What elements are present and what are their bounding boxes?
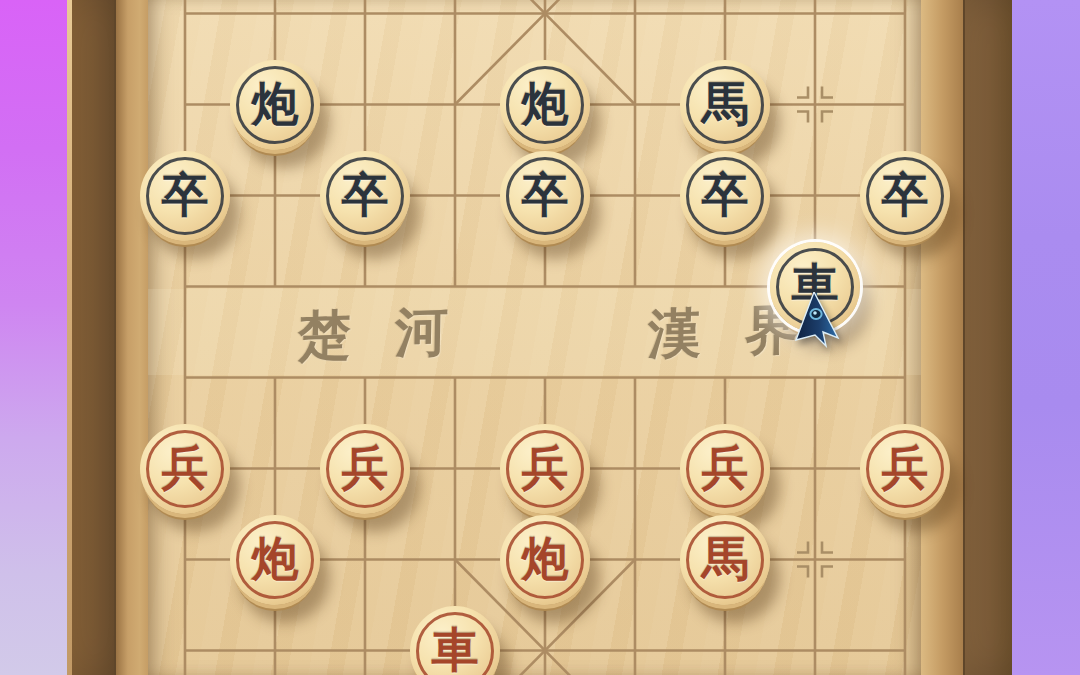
piece-character: 兵 xyxy=(522,444,569,491)
piece-character: 卒 xyxy=(702,171,749,218)
piece-character: 馬 xyxy=(702,535,749,582)
piece-red-soldier[interactable]: 兵 xyxy=(680,424,770,514)
board-frame-right xyxy=(921,0,1012,675)
piece-black-soldier[interactable]: 卒 xyxy=(320,151,410,241)
piece-red-cannon[interactable]: 炮 xyxy=(500,515,590,605)
piece-character: 兵 xyxy=(882,444,929,491)
piece-black-cannon[interactable]: 炮 xyxy=(500,60,590,150)
piece-black-soldier[interactable]: 卒 xyxy=(680,151,770,241)
piece-character: 炮 xyxy=(252,535,299,582)
piece-character: 卒 xyxy=(882,171,929,218)
background-gradient-left xyxy=(0,0,67,675)
piece-character: 卒 xyxy=(162,171,209,218)
frame-dark-plank xyxy=(965,0,1012,675)
piece-red-soldier[interactable]: 兵 xyxy=(140,424,230,514)
piece-red-soldier[interactable]: 兵 xyxy=(500,424,590,514)
piece-character: 馬 xyxy=(702,80,749,127)
piece-black-soldier[interactable]: 卒 xyxy=(500,151,590,241)
piece-red-horse[interactable]: 馬 xyxy=(680,515,770,605)
frame-inner-bevel xyxy=(114,0,150,675)
piece-red-cannon[interactable]: 炮 xyxy=(230,515,320,605)
piece-character: 炮 xyxy=(522,80,569,127)
game-screen: 楚河 漢界 炮炮馬卒卒卒卒卒車兵兵兵兵兵炮炮馬車 xyxy=(0,0,1080,675)
mouse-cursor-icon xyxy=(794,292,844,348)
river-label-chu-he: 楚河 xyxy=(298,303,493,363)
piece-black-cannon[interactable]: 炮 xyxy=(230,60,320,150)
piece-character: 兵 xyxy=(162,444,209,491)
frame-dark-plank xyxy=(72,0,114,675)
board-frame-left xyxy=(67,0,148,675)
piece-character: 炮 xyxy=(522,535,569,582)
piece-character: 炮 xyxy=(252,80,299,127)
piece-character: 卒 xyxy=(342,171,389,218)
background-gradient-right xyxy=(1012,0,1080,675)
piece-character: 兵 xyxy=(342,444,389,491)
piece-red-soldier[interactable]: 兵 xyxy=(860,424,950,514)
piece-character: 車 xyxy=(432,626,479,673)
piece-black-soldier[interactable]: 卒 xyxy=(860,151,950,241)
frame-inner-bevel xyxy=(921,0,965,675)
piece-red-soldier[interactable]: 兵 xyxy=(320,424,410,514)
piece-character: 卒 xyxy=(522,171,569,218)
piece-black-soldier[interactable]: 卒 xyxy=(140,151,230,241)
piece-character: 兵 xyxy=(702,444,749,491)
piece-black-horse[interactable]: 馬 xyxy=(680,60,770,150)
